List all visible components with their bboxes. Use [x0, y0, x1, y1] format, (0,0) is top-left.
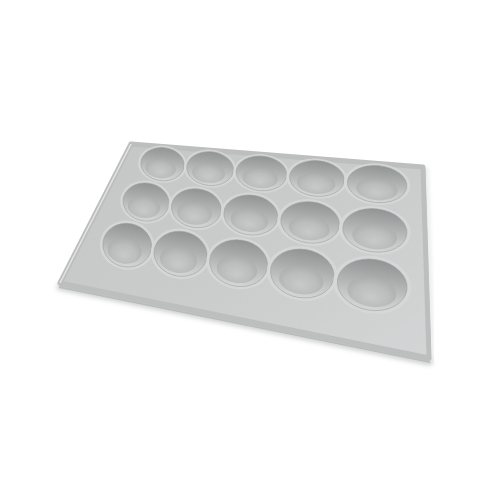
product-photo-canvas — [0, 0, 500, 500]
muffin-pan-photo — [0, 0, 500, 500]
